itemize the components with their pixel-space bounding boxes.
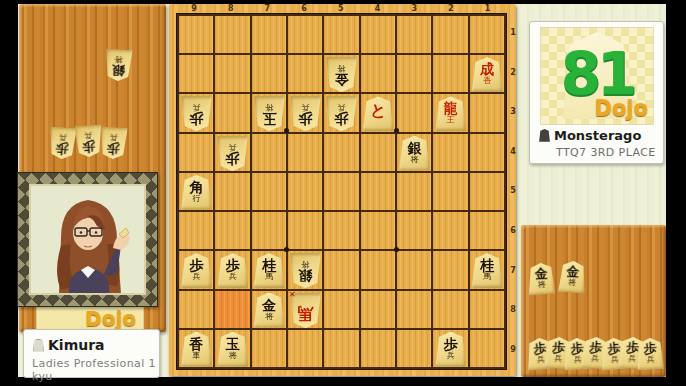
square-9d[interactable] [179, 134, 213, 171]
square-4c[interactable]: と [361, 94, 395, 131]
board-grid: 金将成香歩兵玉将歩兵歩兵と龍王歩兵銀将角行歩兵歩兵桂馬銀将桂馬金将馬✕香車玉将歩… [176, 13, 507, 370]
square-8h[interactable] [215, 291, 249, 328]
square-2h[interactable] [433, 291, 467, 328]
square-5g[interactable] [324, 251, 358, 288]
piece-kanji: 金 [262, 298, 276, 312]
piece-kanji: 馬 [297, 305, 313, 321]
piece-icon-light [33, 339, 44, 352]
piece-kanji-sub: 兵 [447, 352, 455, 360]
shogi-piece-promoted-R-sente[interactable]: 龍王 [435, 96, 466, 131]
shogi-piece-N-sente[interactable]: 桂馬 [472, 253, 503, 288]
piece-kanji: 歩 [607, 342, 621, 356]
square-2i[interactable]: 歩兵 [433, 330, 467, 367]
square-2f[interactable] [433, 212, 467, 249]
square-1c[interactable] [470, 94, 504, 131]
hoshi-dot [394, 128, 399, 133]
square-4b[interactable] [361, 55, 395, 92]
shogi-piece-N-sente[interactable]: 桂馬 [254, 253, 285, 288]
piece-kanji: 歩 [444, 337, 458, 351]
black-player-avatar [29, 184, 146, 295]
piece-kanji-sub: 行 [193, 195, 201, 203]
file-label-5: 5 [323, 5, 359, 13]
piece-kanji: 銀 [298, 269, 312, 283]
piece-kanji-sub: 兵 [59, 133, 68, 142]
shogi-piece-P-sente[interactable]: 歩兵 [181, 253, 212, 288]
square-9c[interactable]: 歩兵 [179, 94, 213, 131]
piece-kanji-sub: 将 [568, 279, 577, 288]
piece-kanji: 歩 [570, 342, 584, 356]
square-2b[interactable] [433, 55, 467, 92]
shogi-piece-G-sente[interactable]: 金将 [558, 260, 587, 294]
shogi-piece-P-sente[interactable]: 歩兵 [636, 338, 664, 371]
rank-label-9: 9 [509, 345, 517, 354]
piece-kanji-sub: 将 [115, 55, 123, 63]
shogi-piece-G-sente[interactable]: 金将 [527, 262, 556, 295]
square-7b[interactable] [252, 55, 286, 92]
square-2e[interactable] [433, 173, 467, 210]
square-5h[interactable] [324, 291, 358, 328]
square-5a[interactable] [324, 16, 358, 53]
square-8i[interactable]: 玉将 [215, 330, 249, 367]
shogi-piece-G-sente[interactable]: 金将 [254, 293, 285, 328]
shogi-piece-P-gote[interactable]: 歩兵 [181, 96, 212, 131]
piece-kanji-sub: 兵 [338, 103, 346, 111]
square-2c[interactable]: 龍王 [433, 94, 467, 131]
square-6a[interactable] [288, 16, 322, 53]
square-4h[interactable] [361, 291, 395, 328]
square-9b[interactable] [179, 55, 213, 92]
square-7f[interactable] [252, 212, 286, 249]
piece-kanji: 龍 [444, 101, 458, 115]
square-4i[interactable] [361, 330, 395, 367]
square-9i[interactable]: 香車 [179, 330, 213, 367]
piece-kanji-sub: 兵 [537, 356, 546, 365]
dojo-logo: 81 Dojo [540, 27, 654, 125]
shogi-piece-P-sente[interactable]: 歩兵 [435, 332, 466, 367]
square-4a[interactable] [361, 16, 395, 53]
piece-kanji-sub: 将 [301, 260, 309, 268]
square-5f[interactable] [324, 212, 358, 249]
square-2d[interactable] [433, 134, 467, 171]
rank-label-3: 3 [509, 107, 517, 116]
square-7i[interactable] [252, 330, 286, 367]
shogi-piece-B-sente[interactable]: 角行 [181, 175, 212, 210]
rank-label-2: 2 [509, 68, 517, 77]
square-1f[interactable] [470, 212, 504, 249]
file-label-1: 1 [470, 5, 506, 13]
file-label-6: 6 [286, 5, 322, 13]
piece-kanji: 歩 [82, 140, 96, 154]
shogi-piece-K-sente[interactable]: 玉将 [217, 332, 248, 367]
piece-kanji-sub: 兵 [229, 143, 237, 151]
piece-kanji: 歩 [589, 341, 603, 355]
square-8g[interactable]: 歩兵 [215, 251, 249, 288]
piece-kanji: 玉 [262, 112, 276, 126]
piece-kanji-sub: 兵 [301, 103, 309, 111]
square-8b[interactable] [215, 55, 249, 92]
square-8d[interactable]: 歩兵 [215, 134, 249, 171]
rank-label-1: 1 [509, 28, 517, 37]
square-1b[interactable]: 成香 [470, 55, 504, 92]
square-4g[interactable] [361, 251, 395, 288]
file-label-9: 9 [176, 5, 212, 13]
square-9h[interactable] [179, 291, 213, 328]
square-5e[interactable] [324, 173, 358, 210]
square-8f[interactable] [215, 212, 249, 249]
square-3a[interactable] [397, 16, 431, 53]
shogi-piece-K-gote[interactable]: 玉将 [254, 96, 285, 131]
piece-kanji: 歩 [533, 342, 547, 356]
piece-kanji: 歩 [626, 341, 640, 355]
rank-label-5: 5 [509, 186, 517, 195]
black-player-card: Kimura Ladies Professional 1 kyu [23, 329, 160, 378]
piece-icon-dark [539, 129, 550, 142]
piece-kanji-sub: 兵 [193, 273, 201, 281]
piece-kanji-sub: 兵 [591, 355, 600, 364]
square-5d[interactable] [324, 134, 358, 171]
file-label-4: 4 [360, 5, 396, 13]
piece-kanji-sub: 将 [265, 313, 273, 321]
shogi-piece-P-gote[interactable]: 歩兵 [217, 136, 248, 171]
shogi-piece-P-gote[interactable]: 歩兵 [74, 124, 103, 157]
hoshi-dot [284, 247, 289, 252]
white-player-name: Monsterago [554, 128, 641, 143]
shogi-piece-S-gote[interactable]: 銀将 [290, 253, 321, 288]
piece-kanji: 歩 [55, 142, 69, 156]
avatar-illustration [31, 186, 146, 295]
square-1h[interactable] [470, 291, 504, 328]
piece-kanji-sub: 兵 [193, 103, 201, 111]
piece-kanji-sub: 馬 [265, 273, 273, 281]
square-3i[interactable] [397, 330, 431, 367]
piece-kanji-sub: 香 [483, 77, 491, 85]
piece-kanji: 歩 [226, 152, 240, 166]
rank-label-6: 6 [509, 226, 517, 235]
square-4e[interactable] [361, 173, 395, 210]
square-6d[interactable] [288, 134, 322, 171]
piece-kanji: 銀 [407, 141, 421, 155]
shogi-board: 987654321 123456789 金将成香歩兵玉将歩兵歩兵と龍王歩兵銀将角… [169, 4, 516, 376]
file-labels: 987654321 [176, 5, 507, 13]
hoshi-dot [284, 128, 289, 133]
piece-kanji: 金 [335, 73, 349, 87]
square-7a[interactable] [252, 16, 286, 53]
black-player-avatar-frame [17, 172, 158, 307]
square-2g[interactable] [433, 251, 467, 288]
rank-label-8: 8 [509, 305, 517, 314]
rank-label-4: 4 [509, 147, 517, 156]
shogi-piece-L-sente[interactable]: 香車 [181, 332, 212, 367]
square-9f[interactable] [179, 212, 213, 249]
piece-kanji-sub: 将 [265, 103, 273, 111]
square-9a[interactable] [179, 16, 213, 53]
square-8c[interactable] [215, 94, 249, 131]
square-3b[interactable] [397, 55, 431, 92]
shogi-piece-P-gote[interactable]: 歩兵 [290, 96, 321, 131]
logo-dojo-text: Dojo [595, 96, 648, 120]
file-label-3: 3 [396, 5, 432, 13]
piece-kanji: 角 [190, 180, 204, 194]
piece-kanji: 玉 [226, 337, 240, 351]
square-6g[interactable]: 銀将 [288, 251, 322, 288]
square-3d[interactable]: 銀将 [397, 134, 431, 171]
square-7h[interactable]: 金将 [252, 291, 286, 328]
piece-kanji-sub: 将 [410, 156, 418, 164]
square-2a[interactable] [433, 16, 467, 53]
shogi-piece-P-gote[interactable]: 歩兵 [326, 96, 357, 131]
piece-kanji-sub: 兵 [647, 356, 655, 364]
white-player-subtitle: TTQ7 3RD PLACE [556, 146, 656, 159]
square-1e[interactable] [470, 173, 504, 210]
square-1a[interactable] [470, 16, 504, 53]
piece-kanji: 金 [534, 267, 548, 281]
piece-kanji-sub: 将 [338, 64, 346, 72]
black-player-subtitle: Ladies Professional 1 kyu [32, 357, 159, 383]
rank-label-7: 7 [509, 266, 517, 275]
square-5b[interactable]: 金将 [324, 55, 358, 92]
shogi-piece-P-gote[interactable]: 歩兵 [99, 126, 128, 159]
square-5c[interactable]: 歩兵 [324, 94, 358, 131]
square-4d[interactable] [361, 134, 395, 171]
piece-kanji-sub: 車 [193, 352, 201, 360]
piece-kanji: 桂 [262, 258, 276, 272]
square-7d[interactable] [252, 134, 286, 171]
shogi-piece-P-gote[interactable]: 歩兵 [48, 126, 77, 160]
piece-kanji: 歩 [335, 112, 349, 126]
piece-kanji: 歩 [298, 112, 312, 126]
square-6e[interactable] [288, 173, 322, 210]
shogi-piece-promoted-L-sente[interactable]: 成香 [472, 57, 503, 92]
square-6i[interactable] [288, 330, 322, 367]
square-6c[interactable]: 歩兵 [288, 94, 322, 131]
piece-kanji: と [370, 103, 386, 119]
piece-kanji-sub: 兵 [229, 273, 237, 281]
square-3c[interactable] [397, 94, 431, 131]
square-5i[interactable] [324, 330, 358, 367]
square-6f[interactable] [288, 212, 322, 249]
square-9g[interactable]: 歩兵 [179, 251, 213, 288]
piece-kanji: 歩 [226, 258, 240, 272]
piece-kanji: 銀 [111, 64, 125, 78]
square-3g[interactable] [397, 251, 431, 288]
shogi-piece-S-sente[interactable]: 銀将 [399, 136, 430, 171]
square-4f[interactable] [361, 212, 395, 249]
file-label-7: 7 [249, 5, 285, 13]
piece-kanji: 歩 [552, 341, 566, 355]
sente-hand-tray: 金将金将歩兵歩兵歩兵歩兵歩兵歩兵歩兵 [521, 225, 666, 377]
piece-kanji-sub: 兵 [554, 355, 562, 363]
square-3f[interactable] [397, 212, 431, 249]
shogi-piece-G-gote[interactable]: 金将 [326, 57, 357, 92]
square-1i[interactable] [470, 330, 504, 367]
square-8a[interactable] [215, 16, 249, 53]
logo-dojo-text: Dojo [85, 306, 136, 330]
hoshi-dot [394, 247, 399, 252]
piece-kanji: 桂 [480, 258, 494, 272]
rank-labels: 123456789 [509, 13, 517, 370]
shogi-piece-promoted-P-sente[interactable]: と [363, 96, 394, 131]
file-label-8: 8 [213, 5, 249, 13]
piece-kanji-sub: 兵 [611, 356, 620, 365]
piece-kanji: 歩 [190, 258, 204, 272]
shogi-piece-P-sente[interactable]: 歩兵 [217, 253, 248, 288]
shogi-piece-S-gote[interactable]: 銀将 [104, 48, 133, 81]
piece-kanji: 香 [190, 337, 204, 351]
last-move-x-icon: ✕ [289, 291, 296, 299]
white-player-card: 81 Dojo Monsterago TTQ7 3RD PLACE [529, 21, 664, 164]
piece-kanji-sub: 兵 [84, 131, 92, 139]
file-label-2: 2 [433, 5, 469, 13]
piece-kanji-sub: 将 [229, 352, 237, 360]
piece-kanji-sub: 王 [447, 116, 455, 124]
video-frame: 銀将歩兵歩兵歩兵 987654321 123456789 金将成香歩兵玉将歩兵歩… [0, 0, 686, 386]
square-3e[interactable] [397, 173, 431, 210]
piece-kanji-sub: 兵 [110, 133, 118, 141]
piece-kanji: 歩 [106, 142, 120, 156]
square-1g[interactable]: 桂馬 [470, 251, 504, 288]
square-6h[interactable]: 馬✕ [288, 291, 322, 328]
square-7c[interactable]: 玉将 [252, 94, 286, 131]
square-6b[interactable] [288, 55, 322, 92]
piece-kanji-sub: 兵 [574, 356, 582, 364]
square-3h[interactable] [397, 291, 431, 328]
piece-kanji: 金 [566, 265, 580, 279]
black-player-name: Kimura [48, 337, 105, 353]
square-7g[interactable]: 桂馬 [252, 251, 286, 288]
piece-kanji-sub: 将 [538, 281, 546, 289]
piece-kanji: 歩 [190, 112, 204, 126]
piece-kanji: 成 [480, 62, 494, 76]
piece-kanji: 歩 [644, 342, 657, 355]
square-9e[interactable]: 角行 [179, 173, 213, 210]
square-1d[interactable] [470, 134, 504, 171]
piece-kanji-sub: 馬 [483, 273, 491, 281]
square-8e[interactable] [215, 173, 249, 210]
piece-kanji-sub: 兵 [628, 355, 636, 363]
square-7e[interactable] [252, 173, 286, 210]
